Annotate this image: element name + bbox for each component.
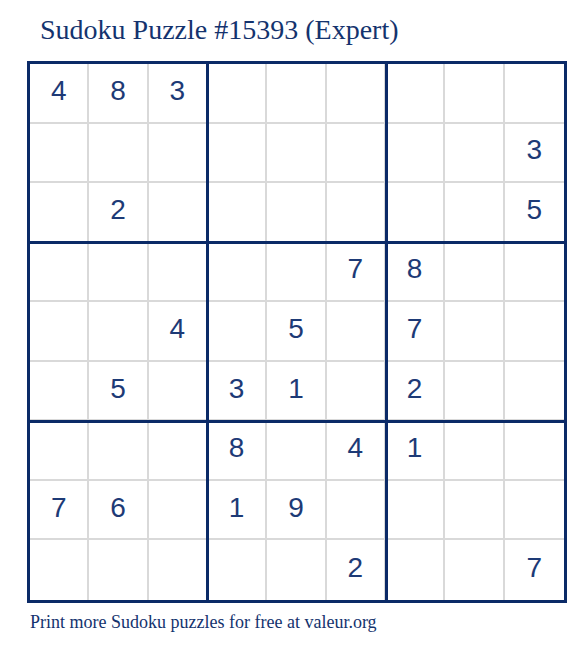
cell-r6c9	[505, 362, 564, 422]
cell-r6c2: 5	[89, 362, 148, 422]
cell-r5c2	[89, 302, 148, 362]
cell-r9c8	[445, 540, 504, 600]
cell-r1c8	[445, 64, 504, 124]
cell-r3c3	[149, 183, 208, 243]
cell-r4c6: 7	[327, 243, 386, 303]
cell-r1c6	[327, 64, 386, 124]
cell-r6c7: 2	[386, 362, 445, 422]
cell-r8c8	[445, 481, 504, 541]
cell-r1c1: 4	[30, 64, 89, 124]
cell-r6c3	[149, 362, 208, 422]
cell-r5c5: 5	[267, 302, 326, 362]
cell-r9c5	[267, 540, 326, 600]
cell-r8c3	[149, 481, 208, 541]
cell-r3c6	[327, 183, 386, 243]
cell-r7c6: 4	[327, 421, 386, 481]
cell-r3c8	[445, 183, 504, 243]
sudoku-board: 483325784575312841761927	[27, 61, 567, 603]
cell-r7c4: 8	[208, 421, 267, 481]
cell-r1c5	[267, 64, 326, 124]
footer-text: Print more Sudoku puzzles for free at va…	[30, 612, 377, 633]
cell-r6c4: 3	[208, 362, 267, 422]
cell-r5c1	[30, 302, 89, 362]
cell-r2c4	[208, 124, 267, 184]
cell-r3c9: 5	[505, 183, 564, 243]
cell-r9c6: 2	[327, 540, 386, 600]
cell-r3c1	[30, 183, 89, 243]
cell-r5c6	[327, 302, 386, 362]
cell-r6c1	[30, 362, 89, 422]
cell-r4c4	[208, 243, 267, 303]
cell-r8c7	[386, 481, 445, 541]
cell-r7c7: 1	[386, 421, 445, 481]
cell-r9c3	[149, 540, 208, 600]
cell-r3c4	[208, 183, 267, 243]
cell-r2c5	[267, 124, 326, 184]
cell-r2c8	[445, 124, 504, 184]
cell-r1c7	[386, 64, 445, 124]
cell-r9c7	[386, 540, 445, 600]
cell-r4c8	[445, 243, 504, 303]
cell-r3c5	[267, 183, 326, 243]
cell-r5c4	[208, 302, 267, 362]
cell-r6c6	[327, 362, 386, 422]
cell-r1c3: 3	[149, 64, 208, 124]
sudoku-grid: 483325784575312841761927	[30, 64, 564, 600]
cell-r7c9	[505, 421, 564, 481]
cell-r8c2: 6	[89, 481, 148, 541]
cell-r3c2: 2	[89, 183, 148, 243]
cell-r2c7	[386, 124, 445, 184]
cell-r2c2	[89, 124, 148, 184]
cell-r7c5	[267, 421, 326, 481]
cell-r9c9: 7	[505, 540, 564, 600]
cell-r1c2: 8	[89, 64, 148, 124]
cell-r8c9	[505, 481, 564, 541]
cell-r4c9	[505, 243, 564, 303]
cell-r2c6	[327, 124, 386, 184]
cell-r8c1: 7	[30, 481, 89, 541]
sudoku-print-page: Sudoku Puzzle #15393 (Expert) 4833257845…	[0, 0, 580, 651]
cell-r9c4	[208, 540, 267, 600]
cell-r7c1	[30, 421, 89, 481]
cell-r4c1	[30, 243, 89, 303]
cell-r8c6	[327, 481, 386, 541]
cell-r7c8	[445, 421, 504, 481]
cell-r4c5	[267, 243, 326, 303]
cell-r1c9	[505, 64, 564, 124]
cell-r5c9	[505, 302, 564, 362]
cell-r5c3: 4	[149, 302, 208, 362]
page-title: Sudoku Puzzle #15393 (Expert)	[40, 14, 399, 46]
cell-r4c2	[89, 243, 148, 303]
cell-r9c1	[30, 540, 89, 600]
cell-r1c4	[208, 64, 267, 124]
cell-r4c7: 8	[386, 243, 445, 303]
cell-r7c3	[149, 421, 208, 481]
cell-r6c5: 1	[267, 362, 326, 422]
cell-r7c2	[89, 421, 148, 481]
cell-r6c8	[445, 362, 504, 422]
cell-r8c5: 9	[267, 481, 326, 541]
cell-r5c8	[445, 302, 504, 362]
cell-r4c3	[149, 243, 208, 303]
cell-r3c7	[386, 183, 445, 243]
cell-r2c1	[30, 124, 89, 184]
cell-r5c7: 7	[386, 302, 445, 362]
cell-r2c3	[149, 124, 208, 184]
cell-r8c4: 1	[208, 481, 267, 541]
cell-r9c2	[89, 540, 148, 600]
cell-r2c9: 3	[505, 124, 564, 184]
